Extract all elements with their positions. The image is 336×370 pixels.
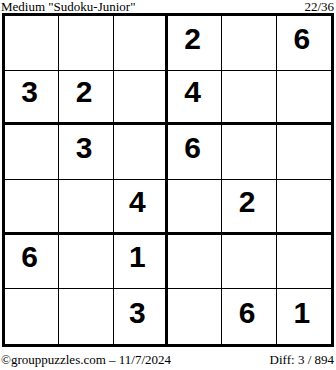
- cell-r2c6[interactable]: [277, 71, 331, 126]
- given-digit: 6: [184, 133, 201, 163]
- cell-r2c4[interactable]: 4: [168, 71, 222, 126]
- given-digit: 1: [129, 242, 146, 272]
- cell-r5c3[interactable]: 1: [114, 235, 168, 290]
- given-digit: 2: [239, 187, 256, 217]
- cell-r4c4[interactable]: [168, 180, 222, 235]
- difficulty-text: Diff: 3 / 894: [270, 352, 334, 368]
- cell-r5c6[interactable]: [277, 235, 331, 290]
- cell-r3c6[interactable]: [277, 125, 331, 180]
- cell-r6c3[interactable]: 3: [114, 289, 168, 344]
- cell-r4c2[interactable]: [59, 180, 113, 235]
- cell-r4c5[interactable]: 2: [222, 180, 276, 235]
- cell-r3c3[interactable]: [114, 125, 168, 180]
- cell-r2c5[interactable]: [222, 71, 276, 126]
- given-digit: 4: [184, 77, 201, 107]
- cell-r1c5[interactable]: [222, 16, 276, 71]
- cell-r2c1[interactable]: 3: [5, 71, 59, 126]
- cell-r5c1[interactable]: 6: [5, 235, 59, 290]
- cell-r6c5[interactable]: 6: [222, 289, 276, 344]
- cell-r6c2[interactable]: [59, 289, 113, 344]
- given-digit: 6: [293, 24, 310, 54]
- cell-r4c6[interactable]: [277, 180, 331, 235]
- cell-r3c4[interactable]: 6: [168, 125, 222, 180]
- sudoku-board: 26324364261361: [2, 13, 334, 347]
- given-digit: 3: [21, 77, 38, 107]
- given-digit: 3: [76, 133, 93, 163]
- puzzle-page: Medium "Sudoku-Junior" 22/36 26324364261…: [0, 0, 336, 370]
- cell-r5c4[interactable]: [168, 235, 222, 290]
- cell-r6c6[interactable]: 1: [277, 289, 331, 344]
- cell-r3c1[interactable]: [5, 125, 59, 180]
- cell-r4c1[interactable]: [5, 180, 59, 235]
- cell-r3c5[interactable]: [222, 125, 276, 180]
- given-digit: 4: [129, 187, 146, 217]
- cell-r3c2[interactable]: 3: [59, 125, 113, 180]
- cell-r2c2[interactable]: 2: [59, 71, 113, 126]
- given-digit: 3: [129, 298, 146, 328]
- cell-r6c1[interactable]: [5, 289, 59, 344]
- given-digit: 6: [21, 242, 38, 272]
- cell-r6c4[interactable]: [168, 289, 222, 344]
- copyright-text: ©grouppuzzles.com – 11/7/2024: [1, 352, 171, 368]
- given-digit: 2: [184, 24, 201, 54]
- cell-r4c3[interactable]: 4: [114, 180, 168, 235]
- cell-r1c2[interactable]: [59, 16, 113, 71]
- given-digit: 2: [76, 77, 93, 107]
- given-digit: 6: [239, 298, 256, 328]
- cell-r1c3[interactable]: [114, 16, 168, 71]
- given-digit: 1: [293, 298, 310, 328]
- cell-r1c1[interactable]: [5, 16, 59, 71]
- cell-r1c4[interactable]: 2: [168, 16, 222, 71]
- cell-r1c6[interactable]: 6: [277, 16, 331, 71]
- cell-r5c2[interactable]: [59, 235, 113, 290]
- cell-r2c3[interactable]: [114, 71, 168, 126]
- cell-r5c5[interactable]: [222, 235, 276, 290]
